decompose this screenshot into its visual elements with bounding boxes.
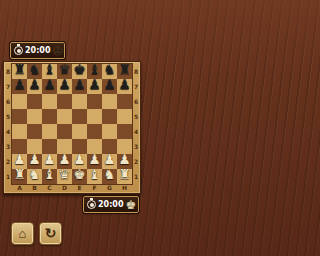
white-king[interactable]: ♚ xyxy=(72,167,87,182)
square-b5[interactable] xyxy=(27,109,42,124)
white-queen[interactable]: ♛ xyxy=(57,167,72,182)
square-e5[interactable] xyxy=(72,109,87,124)
white-pawn[interactable]: ♟ xyxy=(72,152,87,167)
black-knight[interactable]: ♞ xyxy=(27,62,42,77)
black-rook[interactable]: ♜ xyxy=(12,62,27,77)
rank-label-1: 1 xyxy=(4,169,12,184)
square-e6[interactable] xyxy=(72,94,87,109)
rank-label-5: 5 xyxy=(132,109,140,124)
black-knight[interactable]: ♞ xyxy=(102,62,117,77)
black-queen[interactable]: ♛ xyxy=(57,62,72,77)
square-e4[interactable] xyxy=(72,124,87,139)
square-d7[interactable]: ♟ xyxy=(57,79,72,94)
rank-label-4: 4 xyxy=(4,124,12,139)
square-a7[interactable]: ♟ xyxy=(12,79,27,94)
rank-label-2: 2 xyxy=(132,154,140,169)
square-h5[interactable] xyxy=(117,109,132,124)
square-h4[interactable] xyxy=(117,124,132,139)
square-a5[interactable] xyxy=(12,109,27,124)
square-c7[interactable]: ♟ xyxy=(42,79,57,94)
file-label-d: D xyxy=(57,184,72,192)
white-pawn[interactable]: ♟ xyxy=(87,152,102,167)
file-label-e: E xyxy=(72,184,87,192)
white-clock-time: 20:00 xyxy=(98,200,123,209)
square-c1[interactable]: ♝ xyxy=(42,169,57,184)
square-g7[interactable]: ♟ xyxy=(102,79,117,94)
square-e1[interactable]: ♚ xyxy=(72,169,87,184)
square-c4[interactable] xyxy=(42,124,57,139)
restart-icon: ↻ xyxy=(45,226,57,240)
square-d1[interactable]: ♛ xyxy=(57,169,72,184)
black-king-icon: ♚ xyxy=(52,45,63,57)
rank-label-2: 2 xyxy=(4,154,12,169)
rank-label-7: 7 xyxy=(132,79,140,94)
black-clock: 20:00 ♚ xyxy=(10,42,65,59)
square-b1[interactable]: ♞ xyxy=(27,169,42,184)
white-pawn[interactable]: ♟ xyxy=(12,152,27,167)
black-pawn[interactable]: ♟ xyxy=(27,77,42,92)
square-e7[interactable]: ♟ xyxy=(72,79,87,94)
square-b6[interactable] xyxy=(27,94,42,109)
square-b7[interactable]: ♟ xyxy=(27,79,42,94)
black-pawn[interactable]: ♟ xyxy=(12,77,27,92)
rank-labels-left: 87654321 xyxy=(4,64,12,184)
square-d6[interactable] xyxy=(57,94,72,109)
black-pawn[interactable]: ♟ xyxy=(117,77,132,92)
square-g4[interactable] xyxy=(102,124,117,139)
rank-label-8: 8 xyxy=(4,64,12,79)
square-f4[interactable] xyxy=(87,124,102,139)
rank-label-6: 6 xyxy=(132,94,140,109)
rank-label-1: 1 xyxy=(132,169,140,184)
white-knight[interactable]: ♞ xyxy=(102,167,117,182)
file-label-h: H xyxy=(117,184,132,192)
rank-label-3: 3 xyxy=(4,139,12,154)
white-knight[interactable]: ♞ xyxy=(27,167,42,182)
square-d4[interactable] xyxy=(57,124,72,139)
file-label-c: C xyxy=(42,184,57,192)
square-f1[interactable]: ♝ xyxy=(87,169,102,184)
rank-label-3: 3 xyxy=(132,139,140,154)
rank-label-4: 4 xyxy=(132,124,140,139)
home-button[interactable]: ⌂ xyxy=(11,222,34,245)
white-pawn[interactable]: ♟ xyxy=(42,152,57,167)
square-g1[interactable]: ♞ xyxy=(102,169,117,184)
white-rook[interactable]: ♜ xyxy=(117,167,132,182)
square-h6[interactable] xyxy=(117,94,132,109)
white-bishop[interactable]: ♝ xyxy=(87,167,102,182)
stopwatch-icon xyxy=(14,46,23,55)
black-pawn[interactable]: ♟ xyxy=(72,77,87,92)
square-f6[interactable] xyxy=(87,94,102,109)
square-h7[interactable]: ♟ xyxy=(117,79,132,94)
square-a6[interactable] xyxy=(12,94,27,109)
black-king[interactable]: ♚ xyxy=(72,62,87,77)
file-label-a: A xyxy=(12,184,27,192)
file-label-g: G xyxy=(102,184,117,192)
white-pawn[interactable]: ♟ xyxy=(57,152,72,167)
white-pawn[interactable]: ♟ xyxy=(102,152,117,167)
square-a1[interactable]: ♜ xyxy=(12,169,27,184)
home-icon: ⌂ xyxy=(19,227,27,240)
square-c5[interactable] xyxy=(42,109,57,124)
file-label-f: F xyxy=(87,184,102,192)
black-clock-time: 20:00 xyxy=(25,46,50,55)
black-bishop[interactable]: ♝ xyxy=(87,62,102,77)
rank-label-5: 5 xyxy=(4,109,12,124)
rank-label-6: 6 xyxy=(4,94,12,109)
board-squares[interactable]: ♜♞♝♛♚♝♞♜♟♟♟♟♟♟♟♟♟♟♟♟♟♟♟♟♜♞♝♛♚♝♞♜ xyxy=(12,64,132,184)
restart-button[interactable]: ↻ xyxy=(39,222,62,245)
black-pawn[interactable]: ♟ xyxy=(102,77,117,92)
file-label-b: B xyxy=(27,184,42,192)
black-pawn[interactable]: ♟ xyxy=(87,77,102,92)
white-pawn[interactable]: ♟ xyxy=(117,152,132,167)
square-f5[interactable] xyxy=(87,109,102,124)
black-bishop[interactable]: ♝ xyxy=(42,62,57,77)
black-pawn[interactable]: ♟ xyxy=(57,77,72,92)
chess-board: 87654321 ♜♞♝♛♚♝♞♜♟♟♟♟♟♟♟♟♟♟♟♟♟♟♟♟♜♞♝♛♚♝♞… xyxy=(3,61,141,194)
square-g5[interactable] xyxy=(102,109,117,124)
rank-labels-right: 87654321 xyxy=(132,64,140,184)
square-a4[interactable] xyxy=(12,124,27,139)
file-labels-bottom: ABCDEFGH xyxy=(12,184,132,192)
stopwatch-icon xyxy=(87,200,96,209)
white-king-icon: ♚ xyxy=(125,199,136,211)
white-pawn[interactable]: ♟ xyxy=(27,152,42,167)
rank-label-7: 7 xyxy=(4,79,12,94)
white-bishop[interactable]: ♝ xyxy=(42,167,57,182)
black-pawn[interactable]: ♟ xyxy=(42,77,57,92)
white-rook[interactable]: ♜ xyxy=(12,167,27,182)
square-d5[interactable] xyxy=(57,109,72,124)
rank-label-8: 8 xyxy=(132,64,140,79)
square-b4[interactable] xyxy=(27,124,42,139)
square-c6[interactable] xyxy=(42,94,57,109)
square-h1[interactable]: ♜ xyxy=(117,169,132,184)
square-f7[interactable]: ♟ xyxy=(87,79,102,94)
white-clock: 20:00 ♚ xyxy=(83,196,139,213)
square-g6[interactable] xyxy=(102,94,117,109)
black-rook[interactable]: ♜ xyxy=(117,62,132,77)
